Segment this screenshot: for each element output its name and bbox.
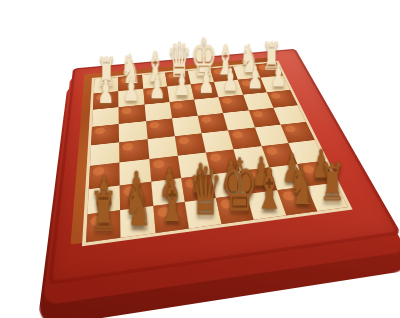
square-b4[interactable] (119, 121, 147, 142)
chess-board-grid: ♜♞♝♛♚♝♞♜♟♟♟♟♟♟♟♟♟♟♟♟♟♟♟♟♜♞♝♛♚♝♞♜ (82, 61, 353, 246)
square-h5[interactable] (280, 122, 315, 143)
piece-black-bishop[interactable]: ♝ (155, 171, 189, 229)
square-e2[interactable]: ♟ (191, 82, 219, 99)
chess-board-3d: ♜♞♝♛♚♝♞♜♟♟♟♟♟♟♟♟♟♟♟♟♟♟♟♟♜♞♝♛♚♝♞♜ (48, 49, 400, 286)
square-c5[interactable] (147, 136, 177, 159)
piece-black-knight[interactable]: ♞ (121, 178, 155, 235)
square-b8[interactable]: ♞ (120, 206, 155, 238)
piece-white-pawn[interactable]: ♟ (218, 64, 243, 96)
piece-white-pawn[interactable]: ♟ (144, 70, 169, 102)
piece-black-knight[interactable]: ♞ (285, 158, 317, 212)
chess-set-photo: ♜♞♝♛♚♝♞♜♟♟♟♟♟♟♟♟♟♟♟♟♟♟♟♟♜♞♝♛♚♝♞♜ (0, 0, 400, 318)
piece-white-pawn[interactable]: ♟ (93, 75, 118, 108)
square-c2[interactable]: ♟ (143, 87, 169, 105)
square-a8[interactable]: ♜ (86, 210, 121, 242)
square-a5[interactable] (90, 142, 120, 166)
square-a2[interactable]: ♟ (93, 91, 119, 109)
piece-black-queen[interactable]: ♛ (188, 159, 221, 225)
piece-white-pawn[interactable]: ♟ (242, 61, 266, 92)
square-d2[interactable]: ♟ (167, 84, 194, 101)
board-burl-border: ♜♞♝♛♚♝♞♜♟♟♟♟♟♟♟♟♟♟♟♟♟♟♟♟♜♞♝♛♚♝♞♜ (71, 57, 348, 244)
piece-white-pawn[interactable]: ♟ (169, 68, 194, 100)
square-c8[interactable]: ♝ (153, 202, 189, 233)
piece-white-pawn[interactable]: ♟ (266, 59, 290, 90)
square-b3[interactable] (119, 104, 146, 123)
square-d4[interactable] (172, 116, 202, 137)
piece-white-pawn[interactable]: ♟ (194, 66, 219, 98)
piece-black-king[interactable]: ♚ (221, 149, 254, 221)
square-a4[interactable] (91, 124, 119, 146)
piece-black-bishop[interactable]: ♝ (253, 160, 286, 217)
piece-black-rook[interactable]: ♜ (316, 157, 348, 209)
square-c4[interactable] (146, 118, 175, 139)
square-d3[interactable] (169, 99, 197, 118)
piece-black-rook[interactable]: ♜ (86, 184, 120, 239)
square-b2[interactable]: ♟ (118, 89, 144, 107)
square-d8[interactable]: ♛ (185, 198, 222, 229)
square-a3[interactable] (92, 107, 119, 127)
piece-white-pawn[interactable]: ♟ (119, 73, 144, 105)
square-h4[interactable] (273, 105, 306, 125)
